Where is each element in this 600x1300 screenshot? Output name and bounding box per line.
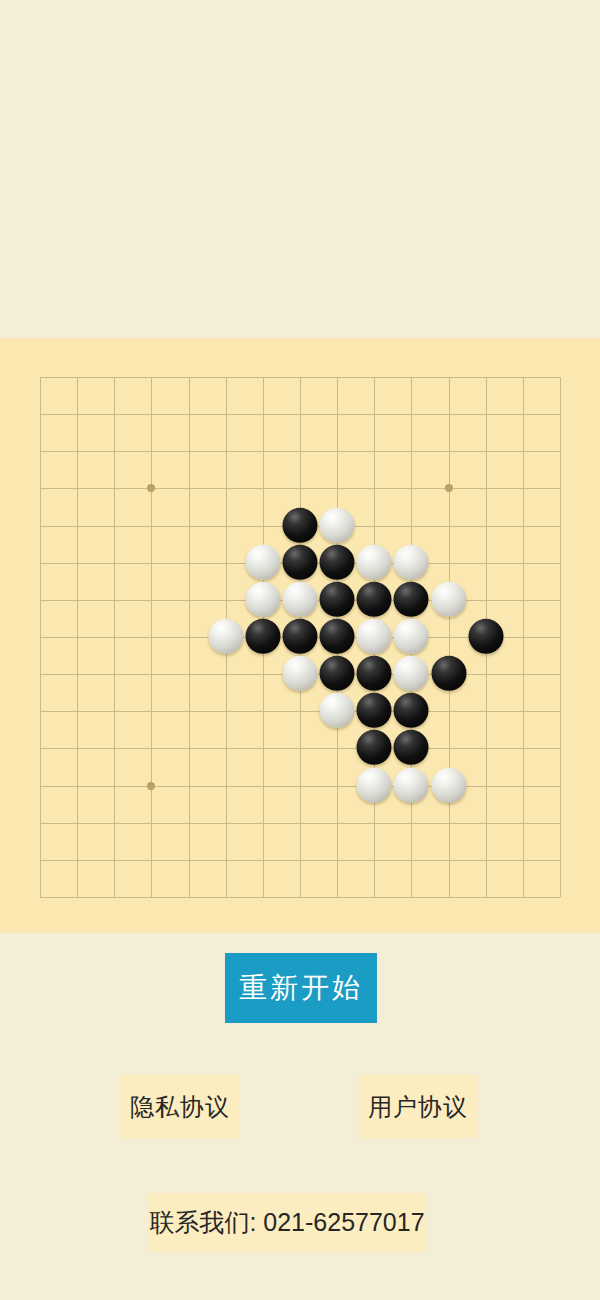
white-stone (320, 507, 355, 542)
white-stone (208, 619, 243, 654)
white-stone (431, 767, 466, 802)
user-agreement-button[interactable]: 用户协议 (359, 1075, 477, 1138)
star-point (147, 782, 155, 790)
black-stone (357, 693, 392, 728)
white-stone (394, 619, 429, 654)
black-stone (320, 545, 355, 580)
black-stone (468, 619, 503, 654)
white-stone (357, 767, 392, 802)
white-stone (394, 545, 429, 580)
black-stone (357, 730, 392, 765)
black-stone (283, 545, 318, 580)
white-stone (431, 582, 466, 617)
grid-line (560, 377, 561, 897)
black-stone (320, 619, 355, 654)
grid-line (40, 748, 560, 749)
app-screen: 重新开始 隐私协议 用户协议 联系我们: 021-62577017 (0, 0, 600, 1300)
privacy-agreement-button[interactable]: 隐私协议 (120, 1075, 240, 1138)
white-stone (283, 656, 318, 691)
grid-line (40, 897, 560, 898)
black-stone (394, 693, 429, 728)
grid-line (40, 711, 560, 712)
black-stone (394, 582, 429, 617)
grid-line (40, 860, 560, 861)
black-stone (283, 619, 318, 654)
grid-line (40, 823, 560, 824)
grid-line (523, 377, 524, 897)
black-stone (357, 656, 392, 691)
black-stone (320, 582, 355, 617)
black-stone (320, 656, 355, 691)
gomoku-board[interactable] (0, 338, 600, 933)
white-stone (283, 582, 318, 617)
white-stone (394, 656, 429, 691)
board-section (0, 338, 600, 933)
white-stone (245, 582, 280, 617)
white-stone (357, 545, 392, 580)
grid-line (40, 786, 560, 787)
star-point (147, 484, 155, 492)
black-stone (283, 507, 318, 542)
white-stone (394, 767, 429, 802)
star-point (445, 484, 453, 492)
contact-info: 联系我们: 021-62577017 (148, 1193, 426, 1252)
white-stone (320, 693, 355, 728)
black-stone (394, 730, 429, 765)
grid-line (449, 377, 450, 897)
white-stone (357, 619, 392, 654)
black-stone (431, 656, 466, 691)
black-stone (245, 619, 280, 654)
black-stone (357, 582, 392, 617)
contact-text: 联系我们: 021-62577017 (149, 1206, 424, 1239)
restart-button[interactable]: 重新开始 (225, 953, 377, 1023)
white-stone (245, 545, 280, 580)
